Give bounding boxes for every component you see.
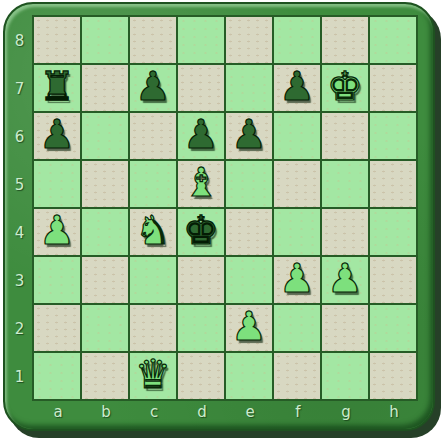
square-b5[interactable] [82, 161, 128, 207]
rank-label-2: 2 [7, 305, 32, 353]
square-b1[interactable] [82, 353, 128, 399]
square-h1[interactable] [370, 353, 416, 399]
file-label-a: a [34, 399, 82, 425]
black-rook-a7[interactable]: ♜ [39, 64, 75, 108]
square-c3[interactable] [130, 257, 176, 303]
square-h8[interactable] [370, 17, 416, 63]
square-e1[interactable] [226, 353, 272, 399]
square-a6[interactable]: ♟ [34, 113, 80, 159]
square-f2[interactable] [274, 305, 320, 351]
square-b7[interactable] [82, 65, 128, 111]
file-label-b: b [82, 399, 130, 425]
square-h2[interactable] [370, 305, 416, 351]
square-g2[interactable] [322, 305, 368, 351]
square-c2[interactable] [130, 305, 176, 351]
square-a7[interactable]: ♜ [34, 65, 80, 111]
square-b3[interactable] [82, 257, 128, 303]
white-queen-c1[interactable]: ♛ [135, 352, 171, 396]
square-d3[interactable] [178, 257, 224, 303]
square-d7[interactable] [178, 65, 224, 111]
square-b8[interactable] [82, 17, 128, 63]
white-pawn-f3[interactable]: ♟ [279, 256, 315, 300]
square-f5[interactable] [274, 161, 320, 207]
square-e6[interactable]: ♟ [226, 113, 272, 159]
square-e5[interactable] [226, 161, 272, 207]
square-f8[interactable] [274, 17, 320, 63]
black-pawn-a6[interactable]: ♟ [39, 112, 75, 156]
white-pawn-e2[interactable]: ♟ [231, 304, 267, 348]
file-label-g: g [322, 399, 370, 425]
rank-label-7: 7 [7, 65, 32, 113]
square-c1[interactable]: ♛ [130, 353, 176, 399]
square-c8[interactable] [130, 17, 176, 63]
rank-label-8: 8 [7, 17, 32, 65]
square-f6[interactable] [274, 113, 320, 159]
square-f3[interactable]: ♟ [274, 257, 320, 303]
rank-label-3: 3 [7, 257, 32, 305]
square-e4[interactable] [226, 209, 272, 255]
square-c4[interactable]: ♞ [130, 209, 176, 255]
square-g4[interactable] [322, 209, 368, 255]
square-h6[interactable] [370, 113, 416, 159]
square-d2[interactable] [178, 305, 224, 351]
square-g5[interactable] [322, 161, 368, 207]
square-e3[interactable] [226, 257, 272, 303]
rank-label-1: 1 [7, 353, 32, 401]
square-c7[interactable]: ♟ [130, 65, 176, 111]
square-d4[interactable]: ♚ [178, 209, 224, 255]
square-d6[interactable]: ♟ [178, 113, 224, 159]
square-h7[interactable] [370, 65, 416, 111]
square-g8[interactable] [322, 17, 368, 63]
square-b6[interactable] [82, 113, 128, 159]
white-bishop-d5[interactable]: ♝ [183, 160, 219, 204]
square-h5[interactable] [370, 161, 416, 207]
black-pawn-f7[interactable]: ♟ [279, 64, 315, 108]
square-g7[interactable]: ♚ [322, 65, 368, 111]
square-b2[interactable] [82, 305, 128, 351]
square-c5[interactable] [130, 161, 176, 207]
file-label-d: d [178, 399, 226, 425]
chess-board[interactable]: ♜♟♟♚♟♟♟♝♟♞♚♟♟♟♛ [32, 15, 418, 401]
square-f1[interactable] [274, 353, 320, 399]
square-e7[interactable] [226, 65, 272, 111]
rank-label-4: 4 [7, 209, 32, 257]
square-f4[interactable] [274, 209, 320, 255]
square-h4[interactable] [370, 209, 416, 255]
square-g6[interactable] [322, 113, 368, 159]
black-pawn-e6[interactable]: ♟ [231, 112, 267, 156]
black-king-d4[interactable]: ♚ [183, 208, 219, 252]
white-knight-c4[interactable]: ♞ [135, 208, 171, 252]
square-a1[interactable] [34, 353, 80, 399]
square-d5[interactable]: ♝ [178, 161, 224, 207]
white-pawn-a4[interactable]: ♟ [39, 208, 75, 252]
square-g1[interactable] [322, 353, 368, 399]
square-a3[interactable] [34, 257, 80, 303]
rank-label-6: 6 [7, 113, 32, 161]
square-a4[interactable]: ♟ [34, 209, 80, 255]
file-labels: abcdefgh [34, 399, 418, 425]
square-d8[interactable] [178, 17, 224, 63]
rank-labels: 87654321 [7, 17, 32, 401]
white-king-g7[interactable]: ♚ [327, 64, 363, 108]
file-label-e: e [226, 399, 274, 425]
square-a2[interactable] [34, 305, 80, 351]
chess-app: 87654321 abcdefgh ♜♟♟♚♟♟♟♝♟♞♚♟♟♟♛ [0, 0, 444, 442]
rank-label-5: 5 [7, 161, 32, 209]
file-label-h: h [370, 399, 418, 425]
square-d1[interactable] [178, 353, 224, 399]
black-pawn-d6[interactable]: ♟ [183, 112, 219, 156]
square-a5[interactable] [34, 161, 80, 207]
square-b4[interactable] [82, 209, 128, 255]
white-pawn-g3[interactable]: ♟ [327, 256, 363, 300]
square-a8[interactable] [34, 17, 80, 63]
square-e2[interactable]: ♟ [226, 305, 272, 351]
black-pawn-c7[interactable]: ♟ [135, 64, 171, 108]
file-label-c: c [130, 399, 178, 425]
square-c6[interactable] [130, 113, 176, 159]
square-e8[interactable] [226, 17, 272, 63]
board-frame: 87654321 abcdefgh ♜♟♟♚♟♟♟♝♟♞♚♟♟♟♛ [3, 2, 435, 431]
file-label-f: f [274, 399, 322, 425]
square-h3[interactable] [370, 257, 416, 303]
square-g3[interactable]: ♟ [322, 257, 368, 303]
square-f7[interactable]: ♟ [274, 65, 320, 111]
